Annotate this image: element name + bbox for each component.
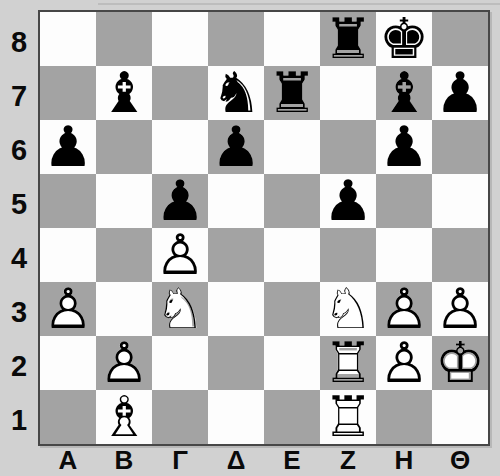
black-bishop: ♗♝	[96, 66, 152, 120]
square-b7[interactable]: ♗♝	[96, 66, 152, 120]
black-pawn-icon: ♟	[40, 120, 96, 174]
black-bishop-icon: ♝	[376, 66, 432, 120]
square-h3[interactable]: ♟♙	[432, 282, 488, 336]
white-bishop-icon: ♗	[96, 390, 152, 444]
rank-label-4: 4	[0, 228, 38, 282]
square-g7[interactable]: ♗♝	[376, 66, 432, 120]
black-pawn-icon: ♟	[432, 66, 488, 120]
file-label-g: Η	[376, 444, 432, 476]
square-e5[interactable]	[264, 174, 320, 228]
square-g8[interactable]: ♔♚	[376, 12, 432, 66]
black-pawn-icon: ♟	[152, 174, 208, 228]
square-c5[interactable]: ♙♟	[152, 174, 208, 228]
square-a2[interactable]	[40, 336, 96, 390]
square-d3[interactable]	[208, 282, 264, 336]
black-bishop-fill: ♗	[96, 66, 152, 120]
square-c3[interactable]: ♞♘	[152, 282, 208, 336]
square-f6[interactable]	[320, 120, 376, 174]
file-label-c: Γ	[152, 444, 208, 476]
square-f4[interactable]	[320, 228, 376, 282]
rank-label-8: 8	[0, 12, 38, 66]
white-pawn-icon: ♙	[376, 336, 432, 390]
white-knight-fill: ♞	[320, 282, 376, 336]
square-d6[interactable]: ♙♟	[208, 120, 264, 174]
square-c6[interactable]	[152, 120, 208, 174]
black-rook: ♖♜	[320, 12, 376, 66]
white-knight-icon: ♘	[152, 282, 208, 336]
black-pawn: ♙♟	[432, 66, 488, 120]
square-a8[interactable]	[40, 12, 96, 66]
black-bishop: ♗♝	[376, 66, 432, 120]
rank-labels: 87654321	[0, 12, 38, 444]
white-pawn-fill: ♟	[376, 282, 432, 336]
file-label-a: Α	[40, 444, 96, 476]
square-f7[interactable]	[320, 66, 376, 120]
square-b6[interactable]	[96, 120, 152, 174]
white-pawn: ♟♙	[96, 336, 152, 390]
black-knight: ♘♞	[208, 66, 264, 120]
rank-label-6: 6	[0, 120, 38, 174]
square-e6[interactable]	[264, 120, 320, 174]
square-h1[interactable]	[432, 390, 488, 444]
square-e1[interactable]	[264, 390, 320, 444]
square-g4[interactable]	[376, 228, 432, 282]
white-knight-icon: ♘	[320, 282, 376, 336]
file-label-f: Ζ	[320, 444, 376, 476]
square-e7[interactable]: ♖♜	[264, 66, 320, 120]
black-knight-icon: ♞	[208, 66, 264, 120]
white-king-fill: ♚	[432, 336, 488, 390]
black-pawn: ♙♟	[320, 174, 376, 228]
square-b8[interactable]	[96, 12, 152, 66]
square-a1[interactable]	[40, 390, 96, 444]
white-pawn-fill: ♟	[432, 282, 488, 336]
black-rook: ♖♜	[264, 66, 320, 120]
white-knight-fill: ♞	[152, 282, 208, 336]
white-rook-fill: ♜	[320, 390, 376, 444]
black-king-fill: ♔	[376, 12, 432, 66]
square-d8[interactable]	[208, 12, 264, 66]
black-rook-fill: ♖	[320, 12, 376, 66]
black-king-icon: ♚	[376, 12, 432, 66]
square-a3[interactable]: ♟♙	[40, 282, 96, 336]
square-e8[interactable]	[264, 12, 320, 66]
black-knight-fill: ♘	[208, 66, 264, 120]
black-rook-icon: ♜	[264, 66, 320, 120]
square-c2[interactable]	[152, 336, 208, 390]
square-f5[interactable]: ♙♟	[320, 174, 376, 228]
black-pawn-fill: ♙	[376, 120, 432, 174]
file-label-h: Θ	[432, 444, 488, 476]
black-pawn: ♙♟	[208, 120, 264, 174]
white-king: ♚♔	[432, 336, 488, 390]
black-pawn-fill: ♙	[152, 174, 208, 228]
square-h5[interactable]	[432, 174, 488, 228]
square-d1[interactable]	[208, 390, 264, 444]
white-pawn: ♟♙	[376, 282, 432, 336]
square-h7[interactable]: ♙♟	[432, 66, 488, 120]
square-c7[interactable]	[152, 66, 208, 120]
square-f3[interactable]: ♞♘	[320, 282, 376, 336]
rank-label-7: 7	[0, 66, 38, 120]
white-pawn-fill: ♟	[96, 336, 152, 390]
square-h6[interactable]	[432, 120, 488, 174]
white-pawn: ♟♙	[432, 282, 488, 336]
square-a5[interactable]	[40, 174, 96, 228]
white-bishop: ♝♗	[96, 390, 152, 444]
black-pawn-icon: ♟	[376, 120, 432, 174]
white-rook: ♜♖	[320, 390, 376, 444]
black-rook-fill: ♖	[264, 66, 320, 120]
black-pawn-icon: ♟	[320, 174, 376, 228]
white-rook-icon: ♖	[320, 390, 376, 444]
rank-label-2: 2	[0, 336, 38, 390]
square-b2[interactable]: ♟♙	[96, 336, 152, 390]
white-knight: ♞♘	[320, 282, 376, 336]
black-king: ♔♚	[376, 12, 432, 66]
white-pawn-icon: ♙	[40, 282, 96, 336]
square-g2[interactable]: ♟♙	[376, 336, 432, 390]
black-rook-icon: ♜	[320, 12, 376, 66]
black-pawn: ♙♟	[376, 120, 432, 174]
square-d7[interactable]: ♘♞	[208, 66, 264, 120]
square-a7[interactable]	[40, 66, 96, 120]
black-pawn-fill: ♙	[40, 120, 96, 174]
square-c8[interactable]	[152, 12, 208, 66]
black-bishop-fill: ♗	[376, 66, 432, 120]
white-rook: ♜♖	[320, 336, 376, 390]
square-h8[interactable]	[432, 12, 488, 66]
white-pawn-icon: ♙	[96, 336, 152, 390]
file-label-d: Δ	[208, 444, 264, 476]
white-pawn-icon: ♙	[432, 282, 488, 336]
square-e4[interactable]	[264, 228, 320, 282]
square-c1[interactable]	[152, 390, 208, 444]
square-b4[interactable]	[96, 228, 152, 282]
square-h4[interactable]	[432, 228, 488, 282]
white-rook-fill: ♜	[320, 336, 376, 390]
square-e2[interactable]	[264, 336, 320, 390]
square-b1[interactable]: ♝♗	[96, 390, 152, 444]
square-f2[interactable]: ♜♖	[320, 336, 376, 390]
square-e3[interactable]	[264, 282, 320, 336]
white-pawn-fill: ♟	[152, 228, 208, 282]
black-pawn-icon: ♟	[208, 120, 264, 174]
black-pawn: ♙♟	[152, 174, 208, 228]
white-pawn: ♟♙	[376, 336, 432, 390]
white-king-icon: ♔	[432, 336, 488, 390]
square-a6[interactable]: ♙♟	[40, 120, 96, 174]
square-c4[interactable]: ♟♙	[152, 228, 208, 282]
square-d2[interactable]	[208, 336, 264, 390]
white-pawn: ♟♙	[152, 228, 208, 282]
chess-diagram: 87654321 ♖♜♔♚♗♝♘♞♖♜♗♝♙♟♙♟♙♟♙♟♙♟♙♟♟♙♟♙♞♘♞…	[0, 0, 500, 476]
square-f1[interactable]: ♜♖	[320, 390, 376, 444]
file-label-e: Ε	[264, 444, 320, 476]
black-pawn-fill: ♙	[432, 66, 488, 120]
square-b5[interactable]	[96, 174, 152, 228]
black-pawn: ♙♟	[40, 120, 96, 174]
rank-label-3: 3	[0, 282, 38, 336]
file-label-b: Β	[96, 444, 152, 476]
white-rook-icon: ♖	[320, 336, 376, 390]
square-g6[interactable]: ♙♟	[376, 120, 432, 174]
square-b3[interactable]	[96, 282, 152, 336]
square-h2[interactable]: ♚♔	[432, 336, 488, 390]
white-bishop-fill: ♝	[96, 390, 152, 444]
scan-artifact-line	[98, 3, 500, 5]
black-pawn-fill: ♙	[208, 120, 264, 174]
square-g5[interactable]	[376, 174, 432, 228]
square-f8[interactable]: ♖♜	[320, 12, 376, 66]
file-labels: ΑΒΓΔΕΖΗΘ	[40, 444, 488, 476]
square-g1[interactable]	[376, 390, 432, 444]
white-pawn-icon: ♙	[152, 228, 208, 282]
square-d5[interactable]	[208, 174, 264, 228]
white-pawn-fill: ♟	[376, 336, 432, 390]
white-knight: ♞♘	[152, 282, 208, 336]
chess-board: ♖♜♔♚♗♝♘♞♖♜♗♝♙♟♙♟♙♟♙♟♙♟♙♟♟♙♟♙♞♘♞♘♟♙♟♙♟♙♜♖…	[38, 10, 490, 446]
black-pawn-fill: ♙	[320, 174, 376, 228]
black-bishop-icon: ♝	[96, 66, 152, 120]
square-a4[interactable]	[40, 228, 96, 282]
square-g3[interactable]: ♟♙	[376, 282, 432, 336]
rank-label-1: 1	[0, 390, 38, 444]
square-d4[interactable]	[208, 228, 264, 282]
white-pawn-fill: ♟	[40, 282, 96, 336]
white-pawn: ♟♙	[40, 282, 96, 336]
rank-label-5: 5	[0, 174, 38, 228]
white-pawn-icon: ♙	[376, 282, 432, 336]
